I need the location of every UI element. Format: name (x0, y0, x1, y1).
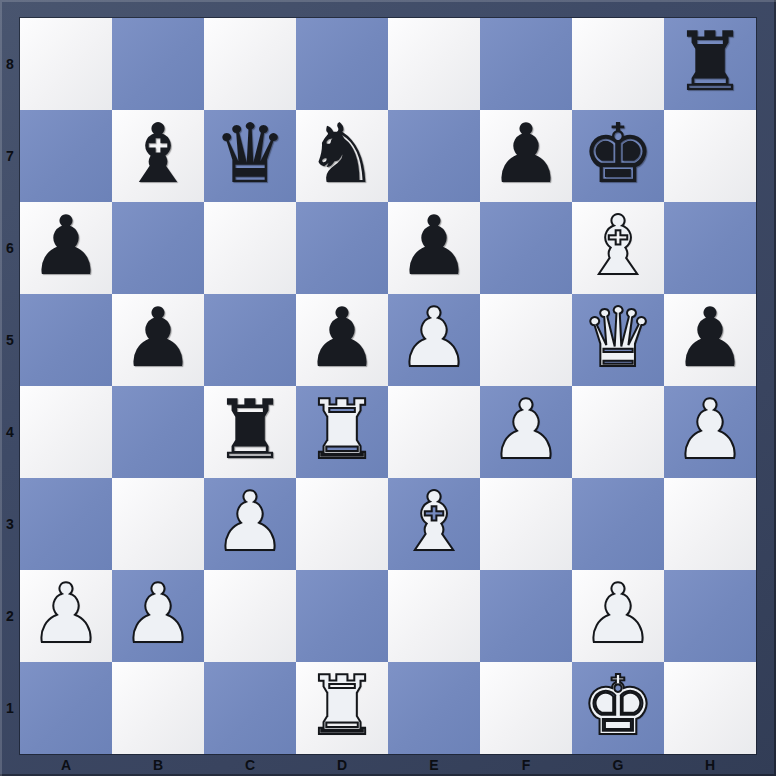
piece-black-knight-d7[interactable]: ♞ (305, 108, 379, 200)
square-e2[interactable] (388, 570, 480, 662)
square-f7[interactable]: ♟ (480, 110, 572, 202)
piece-black-pawn-a6[interactable]: ♟ (29, 200, 103, 292)
square-d1[interactable]: ♜ (296, 662, 388, 754)
square-h8[interactable]: ♜ (664, 18, 756, 110)
rank-label-1: 1 (0, 662, 20, 754)
piece-white-pawn-b2[interactable]: ♟ (121, 568, 195, 660)
piece-black-pawn-h5[interactable]: ♟ (673, 292, 747, 384)
square-f6[interactable] (480, 202, 572, 294)
rank-label-4: 4 (0, 386, 20, 478)
square-c4[interactable]: ♜ (204, 386, 296, 478)
square-e1[interactable] (388, 662, 480, 754)
square-g6[interactable]: ♝ (572, 202, 664, 294)
square-d6[interactable] (296, 202, 388, 294)
square-f4[interactable]: ♟ (480, 386, 572, 478)
piece-black-bishop-b7[interactable]: ♝ (121, 108, 195, 200)
square-f1[interactable] (480, 662, 572, 754)
square-b2[interactable]: ♟ (112, 570, 204, 662)
square-g5[interactable]: ♛ (572, 294, 664, 386)
square-d2[interactable] (296, 570, 388, 662)
square-g3[interactable] (572, 478, 664, 570)
chess-board-frame: ♜♝♛♞♟♚♟♟♝♟♟♟♛♟♜♜♟♟♟♝♟♟♟♜♚ 87654321 ABCDE… (0, 0, 776, 776)
piece-white-pawn-g2[interactable]: ♟ (581, 568, 655, 660)
square-h5[interactable]: ♟ (664, 294, 756, 386)
piece-white-pawn-f4[interactable]: ♟ (489, 384, 563, 476)
square-a6[interactable]: ♟ (20, 202, 112, 294)
square-e3[interactable]: ♝ (388, 478, 480, 570)
piece-black-rook-c4[interactable]: ♜ (213, 384, 287, 476)
square-h3[interactable] (664, 478, 756, 570)
piece-white-rook-d1[interactable]: ♜ (305, 660, 379, 752)
square-c8[interactable] (204, 18, 296, 110)
square-a1[interactable] (20, 662, 112, 754)
chess-board: ♜♝♛♞♟♚♟♟♝♟♟♟♛♟♜♜♟♟♟♝♟♟♟♜♚ (20, 18, 756, 754)
square-b3[interactable] (112, 478, 204, 570)
piece-white-queen-g5[interactable]: ♛ (581, 292, 655, 384)
square-b8[interactable] (112, 18, 204, 110)
square-g2[interactable]: ♟ (572, 570, 664, 662)
rank-label-6: 6 (0, 202, 20, 294)
file-label-H: H (664, 754, 756, 776)
square-e5[interactable]: ♟ (388, 294, 480, 386)
square-f2[interactable] (480, 570, 572, 662)
rank-label-8: 8 (0, 18, 20, 110)
piece-white-pawn-h4[interactable]: ♟ (673, 384, 747, 476)
file-label-G: G (572, 754, 664, 776)
square-g7[interactable]: ♚ (572, 110, 664, 202)
square-h6[interactable] (664, 202, 756, 294)
piece-black-pawn-f7[interactable]: ♟ (489, 108, 563, 200)
square-h2[interactable] (664, 570, 756, 662)
rank-label-7: 7 (0, 110, 20, 202)
square-b1[interactable] (112, 662, 204, 754)
square-b7[interactable]: ♝ (112, 110, 204, 202)
piece-black-queen-c7[interactable]: ♛ (213, 108, 287, 200)
file-label-E: E (388, 754, 480, 776)
square-a5[interactable] (20, 294, 112, 386)
rank-label-3: 3 (0, 478, 20, 570)
piece-black-pawn-b5[interactable]: ♟ (121, 292, 195, 384)
piece-white-king-g1[interactable]: ♚ (581, 660, 655, 752)
square-g8[interactable] (572, 18, 664, 110)
piece-white-pawn-e5[interactable]: ♟ (397, 292, 471, 384)
square-e8[interactable] (388, 18, 480, 110)
file-label-F: F (480, 754, 572, 776)
square-a8[interactable] (20, 18, 112, 110)
rank-label-5: 5 (0, 294, 20, 386)
square-h7[interactable] (664, 110, 756, 202)
square-e6[interactable]: ♟ (388, 202, 480, 294)
piece-white-pawn-c3[interactable]: ♟ (213, 476, 287, 568)
square-e7[interactable] (388, 110, 480, 202)
square-h4[interactable]: ♟ (664, 386, 756, 478)
square-f3[interactable] (480, 478, 572, 570)
file-label-C: C (204, 754, 296, 776)
square-d8[interactable] (296, 18, 388, 110)
square-a4[interactable] (20, 386, 112, 478)
square-e4[interactable] (388, 386, 480, 478)
square-c2[interactable] (204, 570, 296, 662)
piece-black-pawn-e6[interactable]: ♟ (397, 200, 471, 292)
square-a3[interactable] (20, 478, 112, 570)
piece-black-pawn-d5[interactable]: ♟ (305, 292, 379, 384)
square-a2[interactable]: ♟ (20, 570, 112, 662)
square-c3[interactable]: ♟ (204, 478, 296, 570)
square-h1[interactable] (664, 662, 756, 754)
square-d3[interactable] (296, 478, 388, 570)
piece-white-pawn-a2[interactable]: ♟ (29, 568, 103, 660)
square-d4[interactable]: ♜ (296, 386, 388, 478)
piece-black-king-g7[interactable]: ♚ (581, 108, 655, 200)
square-f5[interactable] (480, 294, 572, 386)
square-f8[interactable] (480, 18, 572, 110)
file-label-B: B (112, 754, 204, 776)
file-label-A: A (20, 754, 112, 776)
piece-white-bishop-g6[interactable]: ♝ (581, 200, 655, 292)
square-g1[interactable]: ♚ (572, 662, 664, 754)
square-d7[interactable]: ♞ (296, 110, 388, 202)
square-d5[interactable]: ♟ (296, 294, 388, 386)
square-c5[interactable] (204, 294, 296, 386)
square-a7[interactable] (20, 110, 112, 202)
square-b5[interactable]: ♟ (112, 294, 204, 386)
piece-black-rook-h8[interactable]: ♜ (673, 16, 747, 108)
piece-white-bishop-e3[interactable]: ♝ (397, 476, 471, 568)
square-c1[interactable] (204, 662, 296, 754)
rank-label-2: 2 (0, 570, 20, 662)
square-b6[interactable] (112, 202, 204, 294)
square-c7[interactable]: ♛ (204, 110, 296, 202)
file-label-D: D (296, 754, 388, 776)
piece-white-rook-d4[interactable]: ♜ (305, 384, 379, 476)
square-b4[interactable] (112, 386, 204, 478)
square-g4[interactable] (572, 386, 664, 478)
square-c6[interactable] (204, 202, 296, 294)
